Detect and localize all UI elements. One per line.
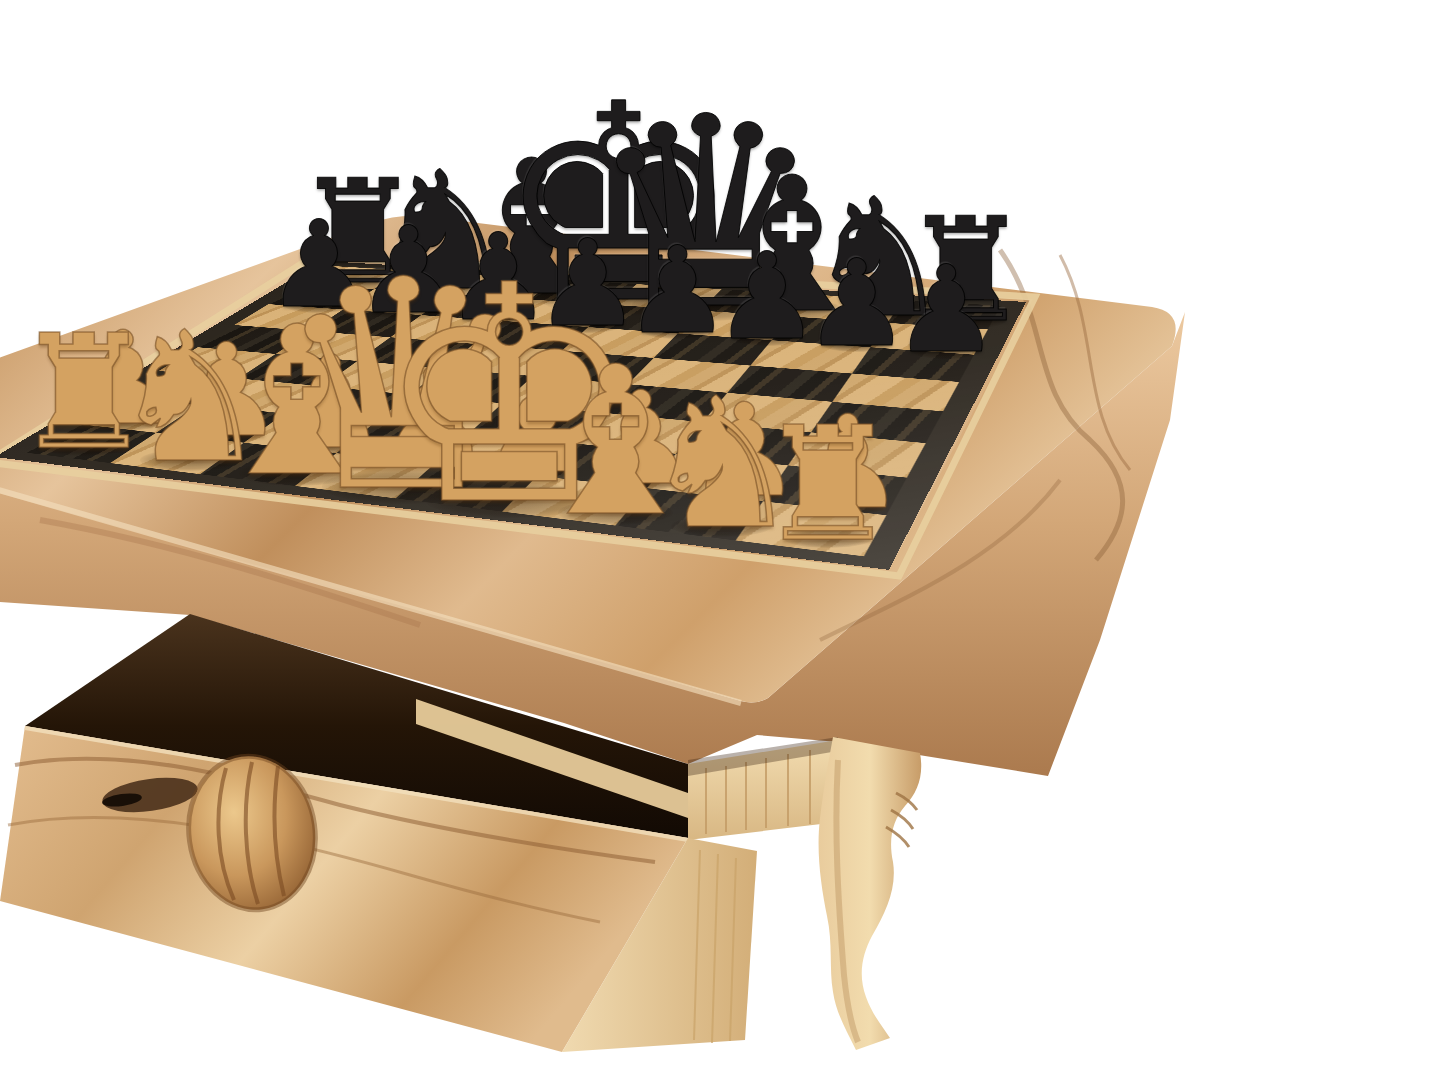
product-photo-stage: ♜♞♝♚♛♝♞♜♟♟♟♟♟♟♟♟♟♟♟♟♟♟♟♟♜♞♝♛♚♝♞♜ — [0, 0, 1445, 1083]
